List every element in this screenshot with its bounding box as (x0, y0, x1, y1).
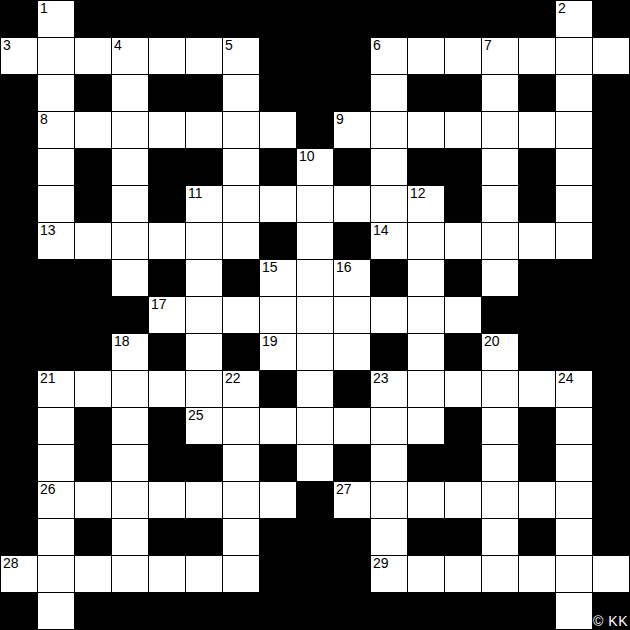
block-cell (186, 445, 222, 481)
block-cell (297, 593, 333, 629)
clue-number: 8 (40, 112, 48, 127)
letter-cell[interactable] (371, 297, 407, 333)
block-cell (593, 186, 629, 222)
letter-cell[interactable] (75, 223, 111, 259)
block-cell (334, 593, 370, 629)
block-cell (297, 75, 333, 111)
block-cell (482, 1, 518, 37)
block-cell (260, 149, 296, 185)
letter-cell[interactable] (223, 149, 259, 185)
clue-number: 2 (558, 1, 566, 16)
block-cell (149, 445, 185, 481)
letter-cell[interactable] (482, 371, 518, 407)
letter-cell[interactable] (223, 297, 259, 333)
letter-cell[interactable] (482, 186, 518, 222)
letter-cell[interactable] (112, 556, 148, 592)
block-cell (519, 334, 555, 370)
block-cell (75, 519, 111, 555)
letter-cell[interactable]: 29 (371, 556, 407, 592)
clue-number: 17 (151, 297, 167, 312)
clue-number: 9 (336, 112, 344, 127)
block-cell (408, 593, 444, 629)
letter-cell[interactable] (297, 371, 333, 407)
letter-cell[interactable] (112, 149, 148, 185)
letter-cell[interactable] (334, 297, 370, 333)
block-cell (186, 519, 222, 555)
block-cell (75, 334, 111, 370)
letter-cell[interactable] (38, 38, 74, 74)
letter-cell[interactable] (482, 260, 518, 296)
block-cell (593, 223, 629, 259)
block-cell (519, 149, 555, 185)
letter-cell[interactable] (223, 186, 259, 222)
block-cell (260, 1, 296, 37)
letter-cell[interactable] (186, 112, 222, 148)
letter-cell[interactable] (482, 149, 518, 185)
letter-cell[interactable] (112, 223, 148, 259)
block-cell (1, 75, 37, 111)
block-cell (149, 260, 185, 296)
block-cell (593, 75, 629, 111)
letter-cell[interactable]: 24 (556, 371, 592, 407)
letter-cell[interactable] (519, 371, 555, 407)
block-cell (334, 149, 370, 185)
copyright-label: © KK (593, 614, 628, 629)
letter-cell[interactable] (556, 519, 592, 555)
letter-cell[interactable] (223, 223, 259, 259)
letter-cell[interactable] (297, 408, 333, 444)
letter-cell[interactable] (260, 297, 296, 333)
block-cell (75, 1, 111, 37)
clue-number: 25 (188, 408, 204, 423)
block-cell (556, 260, 592, 296)
block-cell (149, 149, 185, 185)
block-cell (260, 556, 296, 592)
letter-cell[interactable] (556, 38, 592, 74)
letter-cell[interactable] (112, 260, 148, 296)
block-cell (593, 371, 629, 407)
letter-cell[interactable]: 22 (223, 371, 259, 407)
clue-number: 15 (262, 260, 278, 275)
block-cell (260, 519, 296, 555)
block-cell (445, 445, 481, 481)
block-cell (297, 482, 333, 518)
block-cell (593, 445, 629, 481)
letter-cell[interactable] (186, 334, 222, 370)
block-cell (75, 149, 111, 185)
letter-cell[interactable]: 5 (223, 38, 259, 74)
clue-number: 21 (40, 371, 56, 386)
letter-cell[interactable] (371, 408, 407, 444)
block-cell (445, 260, 481, 296)
block-cell (482, 593, 518, 629)
letter-cell[interactable] (445, 223, 481, 259)
letter-cell[interactable] (75, 482, 111, 518)
letter-cell[interactable]: 28 (1, 556, 37, 592)
letter-cell[interactable] (75, 556, 111, 592)
letter-cell[interactable] (334, 334, 370, 370)
letter-cell[interactable] (445, 371, 481, 407)
clue-number: 23 (373, 371, 389, 386)
block-cell (519, 593, 555, 629)
letter-cell[interactable] (223, 75, 259, 111)
block-cell (149, 186, 185, 222)
block-cell (75, 408, 111, 444)
letter-cell[interactable] (297, 445, 333, 481)
letter-cell[interactable] (556, 149, 592, 185)
block-cell (408, 445, 444, 481)
letter-cell[interactable]: 25 (186, 408, 222, 444)
letter-cell[interactable]: 19 (260, 334, 296, 370)
letter-cell[interactable] (371, 149, 407, 185)
block-cell (38, 297, 74, 333)
block-cell (149, 75, 185, 111)
block-cell (112, 297, 148, 333)
letter-cell[interactable] (482, 482, 518, 518)
block-cell (445, 186, 481, 222)
letter-cell[interactable] (445, 112, 481, 148)
letter-cell[interactable] (149, 371, 185, 407)
letter-cell[interactable] (445, 556, 481, 592)
letter-cell[interactable] (519, 223, 555, 259)
letter-cell[interactable]: 27 (334, 482, 370, 518)
letter-cell[interactable] (75, 112, 111, 148)
letter-cell[interactable] (371, 519, 407, 555)
letter-cell[interactable] (149, 482, 185, 518)
letter-cell[interactable]: 16 (334, 260, 370, 296)
block-cell (186, 149, 222, 185)
crossword-grid: 1234567891011121314151617181920212223242… (0, 0, 630, 630)
letter-cell[interactable] (186, 482, 222, 518)
letter-cell[interactable]: 21 (38, 371, 74, 407)
letter-cell[interactable] (445, 482, 481, 518)
letter-cell[interactable] (297, 223, 333, 259)
letter-cell[interactable] (334, 186, 370, 222)
clue-number: 26 (40, 482, 56, 497)
letter-cell[interactable] (556, 75, 592, 111)
clue-number: 7 (484, 38, 492, 53)
block-cell (371, 593, 407, 629)
letter-cell[interactable] (408, 482, 444, 518)
block-cell (371, 260, 407, 296)
letter-cell[interactable] (297, 297, 333, 333)
clue-number: 4 (114, 38, 122, 53)
letter-cell[interactable] (556, 112, 592, 148)
letter-cell[interactable] (186, 223, 222, 259)
block-cell (260, 223, 296, 259)
letter-cell[interactable] (223, 519, 259, 555)
letter-cell[interactable] (112, 371, 148, 407)
letter-cell[interactable]: 12 (408, 186, 444, 222)
clue-number: 10 (299, 149, 315, 164)
block-cell (556, 334, 592, 370)
block-cell (593, 408, 629, 444)
letter-cell[interactable] (186, 260, 222, 296)
block-cell (149, 1, 185, 37)
letter-cell[interactable] (408, 371, 444, 407)
letter-cell[interactable] (75, 38, 111, 74)
clue-number: 28 (3, 556, 19, 571)
block-cell (260, 371, 296, 407)
letter-cell[interactable] (260, 408, 296, 444)
letter-cell[interactable] (371, 186, 407, 222)
letter-cell[interactable] (112, 112, 148, 148)
block-cell (593, 112, 629, 148)
clue-number: 27 (336, 482, 352, 497)
block-cell (1, 371, 37, 407)
letter-cell[interactable] (297, 186, 333, 222)
letter-cell[interactable]: 20 (482, 334, 518, 370)
letter-cell[interactable] (519, 38, 555, 74)
letter-cell[interactable] (334, 408, 370, 444)
block-cell (1, 445, 37, 481)
letter-cell[interactable] (260, 186, 296, 222)
block-cell (593, 149, 629, 185)
letter-cell[interactable]: 23 (371, 371, 407, 407)
letter-cell[interactable]: 7 (482, 38, 518, 74)
block-cell (149, 334, 185, 370)
letter-cell[interactable] (112, 445, 148, 481)
block-cell (223, 1, 259, 37)
block-cell (445, 75, 481, 111)
letter-cell[interactable] (38, 408, 74, 444)
letter-cell[interactable] (38, 149, 74, 185)
letter-cell[interactable] (38, 186, 74, 222)
block-cell (260, 445, 296, 481)
block-cell (1, 519, 37, 555)
block-cell (556, 297, 592, 333)
letter-cell[interactable] (38, 519, 74, 555)
block-cell (593, 519, 629, 555)
letter-cell[interactable] (38, 75, 74, 111)
letter-cell[interactable]: 26 (38, 482, 74, 518)
letter-cell[interactable] (482, 556, 518, 592)
letter-cell[interactable] (260, 112, 296, 148)
block-cell (445, 149, 481, 185)
letter-cell[interactable] (445, 38, 481, 74)
letter-cell[interactable]: 3 (1, 38, 37, 74)
letter-cell[interactable] (482, 445, 518, 481)
block-cell (1, 408, 37, 444)
clue-number: 24 (558, 371, 574, 386)
block-cell (519, 75, 555, 111)
letter-cell[interactable] (519, 112, 555, 148)
block-cell (445, 519, 481, 555)
letter-cell[interactable]: 9 (334, 112, 370, 148)
letter-cell[interactable] (482, 408, 518, 444)
block-cell (186, 75, 222, 111)
letter-cell[interactable] (371, 75, 407, 111)
letter-cell[interactable] (445, 297, 481, 333)
clue-number: 29 (373, 556, 389, 571)
block-cell (519, 408, 555, 444)
block-cell (593, 1, 629, 37)
letter-cell[interactable]: 13 (38, 223, 74, 259)
clue-number: 5 (225, 38, 233, 53)
letter-cell[interactable] (149, 556, 185, 592)
letter-cell[interactable] (482, 112, 518, 148)
letter-cell[interactable] (482, 519, 518, 555)
clue-number: 22 (225, 371, 241, 386)
block-cell (149, 408, 185, 444)
clue-number: 20 (484, 334, 500, 349)
letter-cell[interactable]: 8 (38, 112, 74, 148)
block-cell (334, 556, 370, 592)
block-cell (112, 593, 148, 629)
block-cell (75, 186, 111, 222)
letter-cell[interactable] (556, 482, 592, 518)
letter-cell[interactable] (408, 38, 444, 74)
letter-cell[interactable] (371, 482, 407, 518)
letter-cell[interactable] (371, 112, 407, 148)
block-cell (1, 260, 37, 296)
letter-cell[interactable] (112, 408, 148, 444)
letter-cell[interactable] (149, 112, 185, 148)
letter-cell[interactable] (223, 482, 259, 518)
letter-cell[interactable] (408, 112, 444, 148)
letter-cell[interactable]: 4 (112, 38, 148, 74)
clue-number: 1 (40, 1, 48, 16)
block-cell (223, 260, 259, 296)
clue-number: 11 (188, 186, 203, 201)
block-cell (334, 371, 370, 407)
clue-number: 12 (410, 186, 426, 201)
block-cell (75, 445, 111, 481)
block-cell (260, 38, 296, 74)
block-cell (1, 297, 37, 333)
letter-cell[interactable] (556, 556, 592, 592)
block-cell (186, 593, 222, 629)
letter-cell[interactable] (186, 38, 222, 74)
letter-cell[interactable] (408, 408, 444, 444)
letter-cell[interactable] (260, 482, 296, 518)
block-cell (297, 1, 333, 37)
block-cell (260, 593, 296, 629)
letter-cell[interactable] (482, 223, 518, 259)
letter-cell[interactable] (593, 556, 629, 592)
letter-cell[interactable] (149, 38, 185, 74)
block-cell (149, 519, 185, 555)
letter-cell[interactable] (482, 75, 518, 111)
block-cell (371, 334, 407, 370)
block-cell (408, 519, 444, 555)
letter-cell[interactable] (297, 260, 333, 296)
letter-cell[interactable] (408, 334, 444, 370)
letter-cell[interactable] (186, 297, 222, 333)
block-cell (297, 519, 333, 555)
block-cell (260, 75, 296, 111)
block-cell (445, 408, 481, 444)
letter-cell[interactable]: 15 (260, 260, 296, 296)
letter-cell[interactable] (223, 112, 259, 148)
block-cell (223, 334, 259, 370)
letter-cell[interactable]: 18 (112, 334, 148, 370)
clue-number: 14 (373, 223, 389, 238)
letter-cell[interactable] (186, 371, 222, 407)
block-cell (593, 260, 629, 296)
letter-cell[interactable] (556, 408, 592, 444)
block-cell (297, 556, 333, 592)
letter-cell[interactable] (297, 334, 333, 370)
block-cell (1, 112, 37, 148)
block-cell (445, 1, 481, 37)
letter-cell[interactable] (408, 223, 444, 259)
letter-cell[interactable] (38, 593, 74, 629)
letter-cell[interactable] (112, 186, 148, 222)
letter-cell[interactable] (556, 593, 592, 629)
letter-cell[interactable] (223, 556, 259, 592)
letter-cell[interactable] (408, 297, 444, 333)
block-cell (75, 75, 111, 111)
block-cell (519, 445, 555, 481)
block-cell (408, 1, 444, 37)
letter-cell[interactable] (371, 445, 407, 481)
block-cell (408, 149, 444, 185)
block-cell (445, 593, 481, 629)
letter-cell[interactable] (38, 556, 74, 592)
letter-cell[interactable]: 1 (38, 1, 74, 37)
letter-cell[interactable]: 14 (371, 223, 407, 259)
letter-cell[interactable] (556, 223, 592, 259)
block-cell (593, 334, 629, 370)
block-cell (334, 519, 370, 555)
letter-cell[interactable] (519, 556, 555, 592)
block-cell (593, 297, 629, 333)
letter-cell[interactable] (408, 556, 444, 592)
block-cell (519, 186, 555, 222)
letter-cell[interactable] (519, 482, 555, 518)
block-cell (1, 1, 37, 37)
letter-cell[interactable] (223, 445, 259, 481)
block-cell (38, 334, 74, 370)
block-cell (297, 112, 333, 148)
block-cell (112, 1, 148, 37)
letter-cell[interactable]: 11 (186, 186, 222, 222)
letter-cell[interactable]: 2 (556, 1, 592, 37)
block-cell (334, 445, 370, 481)
block-cell (519, 297, 555, 333)
letter-cell[interactable]: 6 (371, 38, 407, 74)
block-cell (445, 334, 481, 370)
letter-cell[interactable] (186, 556, 222, 592)
letter-cell[interactable]: 10 (297, 149, 333, 185)
block-cell (75, 297, 111, 333)
letter-cell[interactable] (38, 445, 74, 481)
letter-cell[interactable] (75, 371, 111, 407)
clue-number: 6 (373, 38, 381, 53)
block-cell (186, 1, 222, 37)
letter-cell[interactable] (556, 445, 592, 481)
letter-cell[interactable] (593, 38, 629, 74)
clue-number: 16 (336, 260, 352, 275)
letter-cell[interactable] (112, 519, 148, 555)
letter-cell[interactable] (112, 75, 148, 111)
block-cell (297, 38, 333, 74)
letter-cell[interactable] (149, 223, 185, 259)
block-cell (519, 519, 555, 555)
letter-cell[interactable] (556, 186, 592, 222)
block-cell (408, 75, 444, 111)
letter-cell[interactable] (223, 408, 259, 444)
block-cell (334, 1, 370, 37)
block-cell (519, 1, 555, 37)
block-cell (1, 482, 37, 518)
letter-cell[interactable]: 17 (149, 297, 185, 333)
letter-cell[interactable] (408, 260, 444, 296)
clue-number: 13 (40, 223, 56, 238)
letter-cell[interactable] (112, 482, 148, 518)
block-cell (519, 260, 555, 296)
